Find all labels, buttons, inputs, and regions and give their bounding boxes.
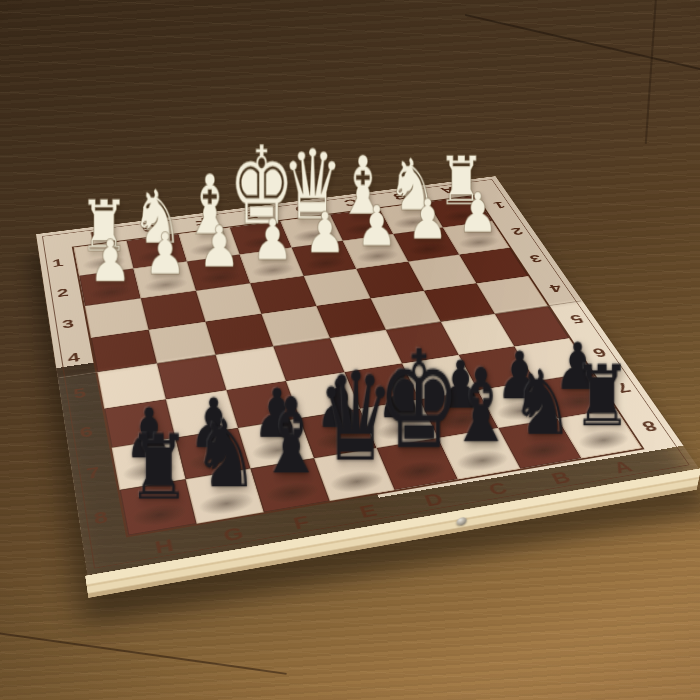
rank-label-right-8: 8	[638, 417, 661, 435]
rank-label-right-3: 3	[527, 252, 545, 265]
rank-label-right-5: 5	[567, 312, 587, 327]
white-pawn[interactable]: ♟	[458, 186, 499, 241]
rank-label-left-6: 6	[78, 423, 94, 441]
rank-label-left-2: 2	[56, 286, 69, 300]
rank-label-right-4: 4	[546, 281, 565, 295]
black-bishop[interactable]: ♝	[257, 385, 325, 490]
white-pawn[interactable]: ♟	[407, 192, 448, 248]
file-label-near-e: E	[357, 500, 380, 521]
rank-label-left-5: 5	[72, 385, 87, 402]
rank-label-left-7: 7	[85, 463, 101, 483]
rank-label-left-8: 8	[92, 507, 109, 528]
square-h2[interactable]: ♟	[79, 269, 141, 306]
wood-plank-seam	[0, 631, 287, 675]
square-g4[interactable]	[149, 322, 216, 364]
file-label-near-g: G	[221, 523, 246, 546]
black-rook[interactable]: ♜	[573, 353, 632, 437]
white-pawn[interactable]: ♟	[356, 198, 397, 254]
white-pawn[interactable]: ♟	[304, 205, 345, 261]
rank-label-right-2: 2	[509, 225, 526, 237]
white-pawn[interactable]: ♟	[198, 218, 240, 275]
file-label-far-h: H	[89, 229, 105, 242]
file-label-near-d: D	[421, 489, 446, 510]
white-pawn[interactable]: ♟	[252, 212, 294, 269]
black-knight[interactable]: ♞	[510, 358, 574, 447]
file-label-near-b: B	[548, 468, 574, 489]
file-label-near-f: F	[291, 512, 312, 534]
white-pawn[interactable]: ♟	[144, 225, 186, 283]
table-background: HGFEDCBA HGFEDCBA 12345678 12345678 ♜♞♝♚…	[0, 0, 700, 700]
white-pawn[interactable]: ♟	[89, 232, 132, 290]
black-queen[interactable]: ♛	[317, 356, 395, 479]
file-label-near-h: H	[153, 535, 175, 558]
black-rook[interactable]: ♜	[127, 422, 190, 512]
rank-label-left-3: 3	[61, 317, 75, 332]
wood-plank-seam	[465, 14, 700, 72]
rank-label-left-4: 4	[66, 350, 80, 366]
square-h8[interactable]: ♜	[120, 479, 197, 535]
black-knight[interactable]: ♞	[192, 407, 259, 501]
file-label-far-g: G	[140, 222, 158, 235]
wood-plank-seam	[645, 0, 657, 144]
file-label-near-a: A	[609, 457, 636, 477]
square-g2[interactable]: ♟	[133, 261, 195, 298]
hinge-screw-icon	[456, 517, 467, 526]
square-f4[interactable]	[205, 314, 273, 355]
chess-board: HGFEDCBA HGFEDCBA 12345678 12345678 ♜♞♝♚…	[36, 176, 699, 575]
rank-label-left-1: 1	[51, 256, 64, 269]
file-label-near-c: C	[485, 478, 511, 499]
